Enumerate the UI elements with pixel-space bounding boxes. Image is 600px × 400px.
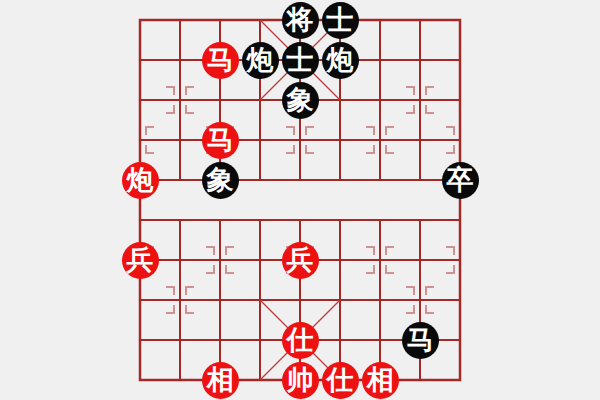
point-marker (286, 127, 314, 153)
point-marker (446, 247, 454, 273)
black-horse[interactable]: 马 (402, 322, 439, 359)
black-cannon[interactable]: 炮 (322, 42, 359, 79)
black-advisor[interactable]: 士 (282, 42, 319, 79)
red-elephant[interactable]: 相 (362, 362, 399, 399)
red-elephant[interactable]: 相 (202, 362, 239, 399)
point-marker (406, 87, 434, 113)
red-advisor[interactable]: 仕 (322, 362, 359, 399)
xiangqi-board[interactable]: 将士马炮士炮象马炮象卒兵兵仕马相帅仕相 (120, 0, 480, 400)
red-advisor[interactable]: 仕 (282, 322, 319, 359)
point-marker (166, 87, 194, 113)
black-advisor[interactable]: 士 (322, 2, 359, 39)
red-horse[interactable]: 马 (202, 122, 239, 159)
black-elephant[interactable]: 象 (282, 82, 319, 119)
xiangqi-app-screen: 将士马炮士炮象马炮象卒兵兵仕马相帅仕相 (0, 0, 600, 400)
point-marker (206, 247, 234, 273)
black-elephant[interactable]: 象 (202, 162, 239, 199)
point-marker (446, 127, 454, 153)
red-horse[interactable]: 马 (202, 42, 239, 79)
point-marker (406, 287, 434, 313)
black-general[interactable]: 将 (282, 2, 319, 39)
point-marker (366, 247, 394, 273)
red-general[interactable]: 帅 (282, 362, 319, 399)
point-marker (146, 127, 154, 153)
point-marker (166, 287, 194, 313)
black-cannon[interactable]: 炮 (242, 42, 279, 79)
red-cannon[interactable]: 炮 (122, 162, 159, 199)
point-marker (366, 127, 394, 153)
red-pawn[interactable]: 兵 (282, 242, 319, 279)
red-pawn[interactable]: 兵 (122, 242, 159, 279)
black-pawn[interactable]: 卒 (442, 162, 479, 199)
